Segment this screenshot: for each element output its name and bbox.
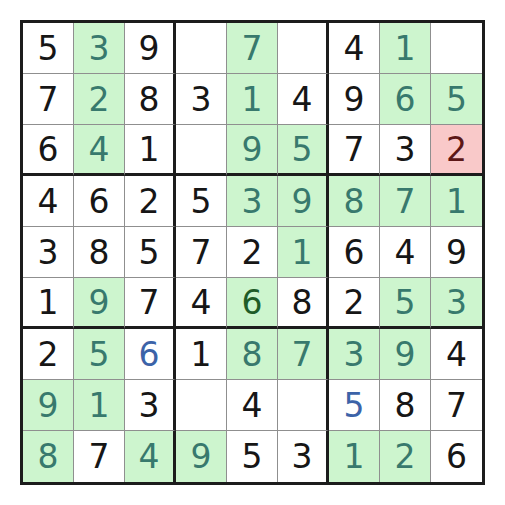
cell-r6c5[interactable]: 6	[227, 278, 278, 329]
cell-r5c1[interactable]: 3	[23, 227, 74, 278]
cell-r8c8[interactable]: 8	[380, 380, 431, 431]
cell-r5c4[interactable]: 7	[176, 227, 227, 278]
cell-r1c8[interactable]: 1	[380, 23, 431, 74]
cell-r3c8[interactable]: 3	[380, 125, 431, 176]
cell-r8c5[interactable]: 4	[227, 380, 278, 431]
cell-r2c5[interactable]: 1	[227, 74, 278, 125]
cell-r9c2[interactable]: 7	[74, 431, 125, 482]
cell-r3c5[interactable]: 9	[227, 125, 278, 176]
cell-r6c7[interactable]: 2	[329, 278, 380, 329]
cell-r6c8[interactable]: 5	[380, 278, 431, 329]
cell-r7c8[interactable]: 9	[380, 329, 431, 380]
sudoku-board: 5397417283149656419573246253987138572164…	[20, 20, 485, 485]
cell-r2c1[interactable]: 7	[23, 74, 74, 125]
cell-r4c8[interactable]: 7	[380, 176, 431, 227]
cell-r9c8[interactable]: 2	[380, 431, 431, 482]
cell-r1c5[interactable]: 7	[227, 23, 278, 74]
cell-r3c9[interactable]: 2	[431, 125, 482, 176]
cell-r8c4[interactable]	[176, 380, 227, 431]
cell-r1c6[interactable]	[278, 23, 329, 74]
cell-r4c9[interactable]: 1	[431, 176, 482, 227]
cell-r4c4[interactable]: 5	[176, 176, 227, 227]
cell-r5c9[interactable]: 9	[431, 227, 482, 278]
cell-r9c3[interactable]: 4	[125, 431, 176, 482]
cell-r7c3[interactable]: 6	[125, 329, 176, 380]
cell-r6c6[interactable]: 8	[278, 278, 329, 329]
cell-r9c4[interactable]: 9	[176, 431, 227, 482]
cell-r4c3[interactable]: 2	[125, 176, 176, 227]
cell-r5c3[interactable]: 5	[125, 227, 176, 278]
cell-r6c4[interactable]: 4	[176, 278, 227, 329]
cell-r7c2[interactable]: 5	[74, 329, 125, 380]
cell-r5c2[interactable]: 8	[74, 227, 125, 278]
cell-r5c6[interactable]: 1	[278, 227, 329, 278]
cell-r3c3[interactable]: 1	[125, 125, 176, 176]
cell-r2c7[interactable]: 9	[329, 74, 380, 125]
cell-r3c1[interactable]: 6	[23, 125, 74, 176]
cell-r1c4[interactable]	[176, 23, 227, 74]
cell-r5c8[interactable]: 4	[380, 227, 431, 278]
cell-r1c7[interactable]: 4	[329, 23, 380, 74]
cell-r1c9[interactable]	[431, 23, 482, 74]
cell-r7c7[interactable]: 3	[329, 329, 380, 380]
cell-r3c6[interactable]: 5	[278, 125, 329, 176]
cell-r8c7[interactable]: 5	[329, 380, 380, 431]
cell-r6c9[interactable]: 3	[431, 278, 482, 329]
cell-r2c6[interactable]: 4	[278, 74, 329, 125]
cell-r8c6[interactable]	[278, 380, 329, 431]
cell-r8c1[interactable]: 9	[23, 380, 74, 431]
cell-r1c1[interactable]: 5	[23, 23, 74, 74]
cell-r6c3[interactable]: 7	[125, 278, 176, 329]
cell-r2c9[interactable]: 5	[431, 74, 482, 125]
cell-r4c5[interactable]: 3	[227, 176, 278, 227]
cell-r2c2[interactable]: 2	[74, 74, 125, 125]
cell-r7c5[interactable]: 8	[227, 329, 278, 380]
cell-r4c6[interactable]: 9	[278, 176, 329, 227]
cell-r9c5[interactable]: 5	[227, 431, 278, 482]
cell-r6c2[interactable]: 9	[74, 278, 125, 329]
cell-r9c1[interactable]: 8	[23, 431, 74, 482]
cell-r7c6[interactable]: 7	[278, 329, 329, 380]
cell-r2c8[interactable]: 6	[380, 74, 431, 125]
cell-r8c3[interactable]: 3	[125, 380, 176, 431]
cell-r7c9[interactable]: 4	[431, 329, 482, 380]
cell-r4c2[interactable]: 6	[74, 176, 125, 227]
cell-r9c6[interactable]: 3	[278, 431, 329, 482]
cell-r2c3[interactable]: 8	[125, 74, 176, 125]
cell-r8c2[interactable]: 1	[74, 380, 125, 431]
cell-r2c4[interactable]: 3	[176, 74, 227, 125]
cell-r4c1[interactable]: 4	[23, 176, 74, 227]
cell-r3c2[interactable]: 4	[74, 125, 125, 176]
cell-r9c9[interactable]: 6	[431, 431, 482, 482]
cell-r3c7[interactable]: 7	[329, 125, 380, 176]
cell-r9c7[interactable]: 1	[329, 431, 380, 482]
cell-r1c2[interactable]: 3	[74, 23, 125, 74]
cell-r7c1[interactable]: 2	[23, 329, 74, 380]
cell-r3c4[interactable]	[176, 125, 227, 176]
cell-r1c3[interactable]: 9	[125, 23, 176, 74]
cell-r4c7[interactable]: 8	[329, 176, 380, 227]
cell-r7c4[interactable]: 1	[176, 329, 227, 380]
cell-r5c5[interactable]: 2	[227, 227, 278, 278]
cell-r8c9[interactable]: 7	[431, 380, 482, 431]
cell-r5c7[interactable]: 6	[329, 227, 380, 278]
sudoku-page: 5397417283149656419573246253987138572164…	[0, 0, 505, 505]
cell-r6c1[interactable]: 1	[23, 278, 74, 329]
